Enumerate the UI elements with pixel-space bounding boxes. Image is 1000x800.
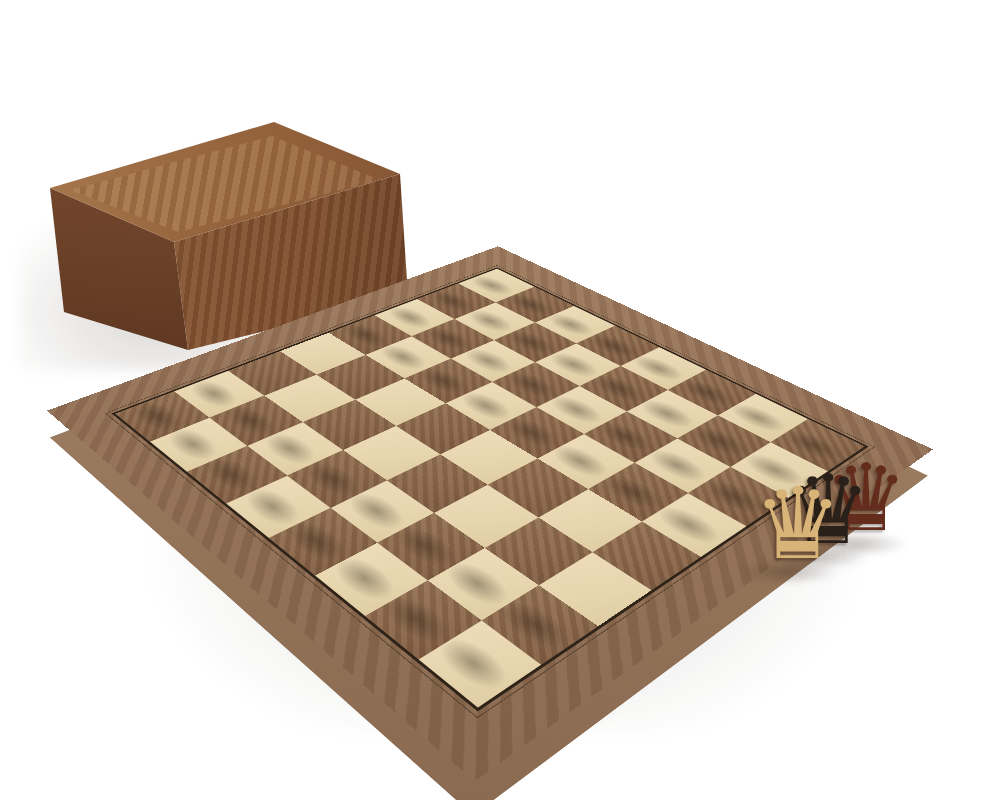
- pawn-glyph: ♟: [660, 462, 723, 528]
- pawn-glyph: ♟: [505, 376, 561, 435]
- pawn-glyph: ♟: [553, 403, 611, 464]
- boxwood-spare-queen: ♛: [738, 474, 858, 573]
- chessboard: ♜♞♝♛♚♝♞♜♟♟♟♟♟♟♟♟♜♞♝♛♚♝♞♜♟♟♟♟♟♟♟♟♟♟♟♟♟♟♟♟…: [163, 103, 817, 757]
- pawn-glyph: ♟: [605, 432, 665, 496]
- product-photo-stage: ♜♞♝♛♚♝♞♜♟♟♟♟♟♟♟♟♜♞♝♛♚♝♞♜♟♟♟♟♟♟♟♟♟♟♟♟♟♟♟♟…: [0, 0, 1000, 800]
- rook-glyph: ♜: [431, 574, 521, 668]
